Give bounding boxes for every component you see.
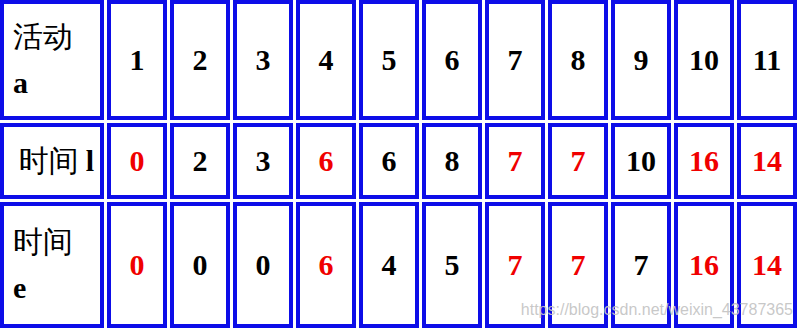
table-cell-r2-c6: 8 [422, 123, 482, 199]
table-cell-r2-c1: 0 [107, 123, 167, 199]
table-cell-r3-c6: 5 [422, 202, 482, 328]
table-cell-r1-c3: 3 [233, 0, 293, 120]
table-cell-r3-c1: 0 [107, 202, 167, 328]
table-cell-r2-c11: 14 [737, 123, 797, 199]
row-label-text: l [86, 143, 94, 179]
table-cell-r1-c6: 6 [422, 0, 482, 120]
row-label-text: 活动 [13, 19, 73, 55]
table-cell-r3-c5: 4 [359, 202, 419, 328]
table-cell-r2-c5: 6 [359, 123, 419, 199]
table-cell-r2-c7: 7 [485, 123, 545, 199]
table-cell-r2-c4: 6 [296, 123, 356, 199]
table-cell-r1-c11: 11 [737, 0, 797, 120]
table-cell-r3-c10: 16 [674, 202, 734, 328]
row-label-cell: 时间l [0, 123, 104, 199]
table-cell-r3-c9: 7 [611, 202, 671, 328]
table-cell-r1-c10: 10 [674, 0, 734, 120]
table-cell-r2-c3: 3 [233, 123, 293, 199]
table-cell-r3-c3: 0 [233, 202, 293, 328]
table-cell-r2-c2: 2 [170, 123, 230, 199]
table-cell-r3-c4: 6 [296, 202, 356, 328]
row-label-text: a [13, 65, 28, 101]
row-label-cell: 活动a [0, 0, 104, 120]
table-image: 活动a1234567891011时间l02366877101614时间e0006… [0, 0, 797, 328]
table-cell-r2-c8: 7 [548, 123, 608, 199]
row-label-cell: 时间e [0, 202, 104, 328]
table-cell-r1-c9: 9 [611, 0, 671, 120]
row-label-text: 时间 [19, 143, 79, 179]
table-cell-r1-c2: 2 [170, 0, 230, 120]
table-cell-r1-c8: 8 [548, 0, 608, 120]
table-cell-r1-c1: 1 [107, 0, 167, 120]
table-cell-r3-c11: 14 [737, 202, 797, 328]
table-cell-r2-c9: 10 [611, 123, 671, 199]
row-label-text: 时间 [13, 224, 73, 260]
table-cell-r3-c2: 0 [170, 202, 230, 328]
table-cell-r1-c4: 4 [296, 0, 356, 120]
table-grid: 活动a1234567891011时间l02366877101614时间e0006… [0, 0, 797, 328]
table-cell-r2-c10: 16 [674, 123, 734, 199]
row-label-text: e [13, 270, 26, 306]
table-cell-r1-c5: 5 [359, 0, 419, 120]
table-cell-r3-c8: 7 [548, 202, 608, 328]
table-cell-r3-c7: 7 [485, 202, 545, 328]
table-cell-r1-c7: 7 [485, 0, 545, 120]
